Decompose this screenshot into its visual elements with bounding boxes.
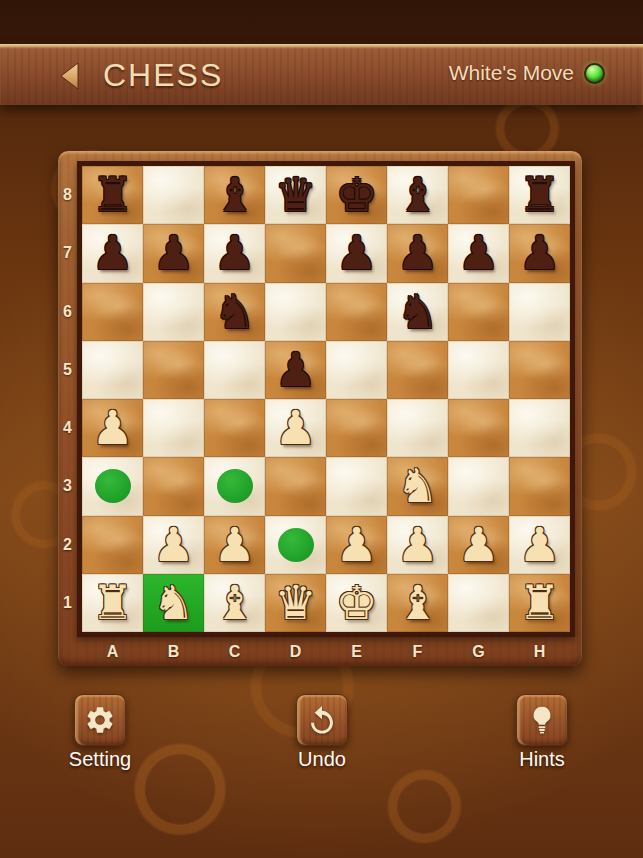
square-c7[interactable]: ♟ (204, 224, 265, 282)
square-b5[interactable] (143, 341, 204, 399)
black-bishop[interactable]: ♝ (396, 167, 438, 223)
white-knight[interactable]: ♞ (152, 575, 194, 631)
undo-button[interactable] (296, 694, 348, 746)
square-g2[interactable]: ♟ (448, 516, 509, 574)
page-title: CHESS (103, 57, 223, 94)
square-b7[interactable]: ♟ (143, 224, 204, 282)
file-label-a: A (82, 639, 143, 665)
black-pawn[interactable]: ♟ (518, 225, 560, 281)
square-c4[interactable] (204, 399, 265, 457)
setting-button[interactable] (74, 694, 126, 746)
file-label-c: C (204, 639, 265, 665)
white-pawn[interactable]: ♟ (91, 400, 133, 456)
rank-label-8: 8 (58, 166, 77, 224)
app-screen: CHESS White's Move 87654321 ♜♝♛♚♝♜♟♟♟♟♟♟… (0, 0, 643, 858)
undo-icon (306, 704, 338, 736)
file-labels: ABCDEFGH (82, 639, 570, 665)
square-b8[interactable] (143, 166, 204, 224)
square-f5[interactable] (387, 341, 448, 399)
square-e1[interactable]: ♚ (326, 574, 387, 632)
square-f7[interactable]: ♟ (387, 224, 448, 282)
file-label-b: B (143, 639, 204, 665)
square-d8[interactable]: ♛ (265, 166, 326, 224)
square-b6[interactable] (143, 283, 204, 341)
square-a3[interactable] (82, 457, 143, 515)
square-f3[interactable]: ♞ (387, 457, 448, 515)
gear-icon (84, 704, 116, 736)
file-label-e: E (326, 639, 387, 665)
move-hint-dot[interactable] (217, 469, 253, 503)
black-pawn[interactable]: ♟ (457, 225, 499, 281)
square-f2[interactable]: ♟ (387, 516, 448, 574)
square-h3[interactable] (509, 457, 570, 515)
turn-status-light-icon (584, 63, 605, 84)
square-d6[interactable] (265, 283, 326, 341)
square-e7[interactable]: ♟ (326, 224, 387, 282)
square-d2[interactable] (265, 516, 326, 574)
square-c6[interactable]: ♞ (204, 283, 265, 341)
black-pawn[interactable]: ♟ (213, 225, 255, 281)
white-rook[interactable]: ♜ (518, 575, 560, 631)
rank-label-5: 5 (58, 341, 77, 399)
square-d1[interactable]: ♛ (265, 574, 326, 632)
back-arrow-icon (58, 61, 82, 91)
square-f8[interactable]: ♝ (387, 166, 448, 224)
file-label-d: D (265, 639, 326, 665)
white-pawn[interactable]: ♟ (457, 517, 499, 573)
white-pawn[interactable]: ♟ (274, 400, 316, 456)
square-g1[interactable] (448, 574, 509, 632)
chess-board: ♜♝♛♚♝♜♟♟♟♟♟♟♟♞♞♟♟♟♞♟♟♟♟♟♟♜♞♝♛♚♝♜ (82, 166, 570, 632)
rank-label-3: 3 (58, 457, 77, 515)
square-c3[interactable] (204, 457, 265, 515)
square-h7[interactable]: ♟ (509, 224, 570, 282)
board-frame: 87654321 ♜♝♛♚♝♜♟♟♟♟♟♟♟♞♞♟♟♟♞♟♟♟♟♟♟♜♞♝♛♚♝… (58, 151, 582, 666)
square-e3[interactable] (326, 457, 387, 515)
square-h5[interactable] (509, 341, 570, 399)
square-b3[interactable] (143, 457, 204, 515)
header-bar: CHESS White's Move (0, 47, 643, 105)
square-e5[interactable] (326, 341, 387, 399)
square-f4[interactable] (387, 399, 448, 457)
rank-label-4: 4 (58, 399, 77, 457)
black-pawn[interactable]: ♟ (396, 225, 438, 281)
turn-status: White's Move (449, 61, 605, 85)
square-g8[interactable] (448, 166, 509, 224)
file-label-h: H (509, 639, 570, 665)
black-bishop[interactable]: ♝ (213, 167, 255, 223)
square-g3[interactable] (448, 457, 509, 515)
black-pawn[interactable]: ♟ (152, 225, 194, 281)
undo-button-label: Undo (262, 748, 382, 771)
square-e2[interactable]: ♟ (326, 516, 387, 574)
rank-label-7: 7 (58, 224, 77, 282)
rank-labels: 87654321 (58, 166, 77, 632)
square-e8[interactable]: ♚ (326, 166, 387, 224)
square-c5[interactable] (204, 341, 265, 399)
status-bar-strip (0, 0, 643, 44)
rank-label-1: 1 (58, 574, 77, 632)
square-h4[interactable] (509, 399, 570, 457)
file-label-f: F (387, 639, 448, 665)
square-a8[interactable]: ♜ (82, 166, 143, 224)
square-d5[interactable]: ♟ (265, 341, 326, 399)
turn-status-label: White's Move (449, 61, 574, 85)
square-g5[interactable] (448, 341, 509, 399)
square-h1[interactable]: ♜ (509, 574, 570, 632)
square-b4[interactable] (143, 399, 204, 457)
black-king[interactable]: ♚ (335, 167, 377, 223)
square-g7[interactable]: ♟ (448, 224, 509, 282)
square-a7[interactable]: ♟ (82, 224, 143, 282)
black-pawn[interactable]: ♟ (335, 225, 377, 281)
lightbulb-icon (526, 704, 558, 736)
board-inner-border: ♜♝♛♚♝♜♟♟♟♟♟♟♟♞♞♟♟♟♞♟♟♟♟♟♟♜♞♝♛♚♝♜ (77, 161, 575, 637)
white-pawn[interactable]: ♟ (152, 517, 194, 573)
square-e4[interactable] (326, 399, 387, 457)
white-pawn[interactable]: ♟ (213, 517, 255, 573)
square-d7[interactable] (265, 224, 326, 282)
white-knight[interactable]: ♞ (396, 458, 438, 514)
hints-button[interactable] (516, 694, 568, 746)
white-queen[interactable]: ♛ (274, 575, 316, 631)
square-f6[interactable]: ♞ (387, 283, 448, 341)
file-label-g: G (448, 639, 509, 665)
black-queen[interactable]: ♛ (274, 167, 316, 223)
square-a4[interactable]: ♟ (82, 399, 143, 457)
square-a1[interactable]: ♜ (82, 574, 143, 632)
square-h2[interactable]: ♟ (509, 516, 570, 574)
black-pawn[interactable]: ♟ (274, 342, 316, 398)
white-pawn[interactable]: ♟ (518, 517, 560, 573)
square-h8[interactable]: ♜ (509, 166, 570, 224)
square-a6[interactable] (82, 283, 143, 341)
square-a5[interactable] (82, 341, 143, 399)
square-c2[interactable]: ♟ (204, 516, 265, 574)
black-rook[interactable]: ♜ (91, 167, 133, 223)
hints-button-label: Hints (482, 748, 602, 771)
square-c8[interactable]: ♝ (204, 166, 265, 224)
square-c1[interactable]: ♝ (204, 574, 265, 632)
white-pawn[interactable]: ♟ (396, 517, 438, 573)
square-a2[interactable] (82, 516, 143, 574)
black-knight[interactable]: ♞ (213, 284, 255, 340)
square-g6[interactable] (448, 283, 509, 341)
square-d4[interactable]: ♟ (265, 399, 326, 457)
rank-label-6: 6 (58, 283, 77, 341)
white-bishop[interactable]: ♝ (396, 575, 438, 631)
square-f1[interactable]: ♝ (387, 574, 448, 632)
square-b2[interactable]: ♟ (143, 516, 204, 574)
white-king[interactable]: ♚ (335, 575, 377, 631)
black-pawn[interactable]: ♟ (91, 225, 133, 281)
black-knight[interactable]: ♞ (396, 284, 438, 340)
square-h6[interactable] (509, 283, 570, 341)
white-rook[interactable]: ♜ (91, 575, 133, 631)
rank-label-2: 2 (58, 516, 77, 574)
white-pawn[interactable]: ♟ (335, 517, 377, 573)
setting-button-label: Setting (40, 748, 160, 771)
move-hint-dot[interactable] (95, 469, 131, 503)
white-bishop[interactable]: ♝ (213, 575, 255, 631)
black-rook[interactable]: ♜ (518, 167, 560, 223)
square-b1[interactable]: ♞ (143, 574, 204, 632)
square-d3[interactable] (265, 457, 326, 515)
back-button[interactable] (58, 58, 88, 94)
move-hint-dot[interactable] (278, 528, 314, 562)
square-e6[interactable] (326, 283, 387, 341)
square-g4[interactable] (448, 399, 509, 457)
